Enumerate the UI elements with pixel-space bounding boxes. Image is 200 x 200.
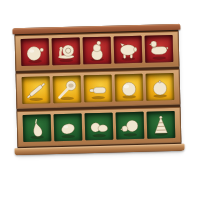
tray-red-cells	[21, 35, 174, 66]
compartment-yellow-4	[115, 74, 144, 102]
object-mushroom-icon	[86, 113, 113, 140]
wooden-sorting-box	[14, 24, 181, 155]
object-ball-icon	[116, 74, 143, 101]
compartment-green-4	[116, 112, 145, 140]
compartment-yellow-5	[146, 73, 175, 101]
compartment-green-5	[147, 111, 176, 139]
object-bottle-icon	[85, 75, 112, 102]
compartment-yellow-2	[53, 75, 82, 103]
object-spoon-icon	[54, 76, 81, 103]
object-apple-icon	[22, 39, 49, 66]
object-cone-tree-icon	[148, 112, 175, 139]
tray-green-cells	[23, 111, 176, 142]
compartment-yellow-1	[22, 76, 51, 104]
compartment-red-1	[21, 38, 50, 66]
compartment-green-1	[23, 114, 52, 142]
tray-yellow-cells	[22, 73, 175, 104]
tray-stack	[15, 31, 182, 147]
compartment-red-5	[145, 35, 174, 63]
object-bird-icon	[117, 112, 144, 139]
object-snowman-icon	[84, 37, 111, 64]
compartment-green-3	[85, 113, 114, 141]
tray-red	[15, 31, 180, 71]
object-duck-icon	[146, 36, 173, 63]
tray-yellow	[16, 69, 181, 109]
compartment-yellow-3	[84, 75, 113, 103]
photo-stage	[0, 0, 200, 200]
compartment-red-4	[114, 36, 143, 64]
compartment-green-2	[54, 113, 83, 141]
object-pig-icon	[115, 36, 142, 63]
object-pear-icon	[24, 115, 51, 142]
compartment-red-2	[52, 37, 81, 65]
tray-green	[17, 107, 182, 147]
compartment-red-3	[83, 37, 112, 65]
object-egg-icon	[55, 114, 82, 141]
object-snail-icon	[53, 38, 80, 65]
object-rolling-pin-icon	[23, 77, 50, 104]
object-orange-icon	[147, 74, 174, 101]
